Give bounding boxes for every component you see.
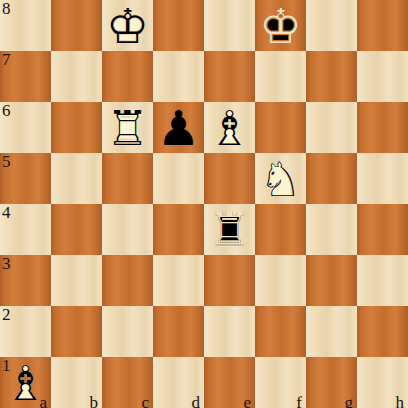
square-g3[interactable] — [306, 255, 357, 306]
square-f7[interactable] — [255, 51, 306, 102]
square-g5[interactable] — [306, 153, 357, 204]
square-d4[interactable] — [153, 204, 204, 255]
square-e3[interactable] — [204, 255, 255, 306]
square-g6[interactable] — [306, 102, 357, 153]
square-a5[interactable]: 5 — [0, 153, 51, 204]
square-c5[interactable] — [102, 153, 153, 204]
square-e6[interactable]: ♝♗ — [204, 102, 255, 153]
square-g4[interactable] — [306, 204, 357, 255]
file-label-c: c — [141, 394, 149, 408]
square-c7[interactable] — [102, 51, 153, 102]
rank-label-4: 4 — [2, 204, 11, 222]
square-d3[interactable] — [153, 255, 204, 306]
square-a8[interactable]: 8 — [0, 0, 51, 51]
square-b6[interactable] — [51, 102, 102, 153]
square-c6[interactable]: ♜♖ — [102, 102, 153, 153]
square-d8[interactable] — [153, 0, 204, 51]
rank-label-7: 7 — [2, 51, 11, 69]
square-h4[interactable] — [357, 204, 408, 255]
square-b3[interactable] — [51, 255, 102, 306]
square-f2[interactable] — [255, 306, 306, 357]
file-label-e: e — [243, 394, 251, 408]
file-label-a: a — [39, 394, 47, 408]
square-h3[interactable] — [357, 255, 408, 306]
square-h6[interactable] — [357, 102, 408, 153]
white-bishop-outline-glyph: ♗ — [204, 102, 255, 153]
black-pawn-fill-glyph: ♟ — [153, 102, 204, 153]
square-b2[interactable] — [51, 306, 102, 357]
square-e8[interactable] — [204, 0, 255, 51]
chess-board: 8♚♔♚♔76♜♖♟♙♝♗5♞♘4♜♖321a♝♗bcdefgh — [0, 0, 408, 408]
square-d1[interactable]: d — [153, 357, 204, 408]
square-b4[interactable] — [51, 204, 102, 255]
piece-black-rook-e4[interactable]: ♜♖ — [204, 204, 255, 255]
black-king-outline-glyph: ♔ — [255, 0, 306, 51]
square-h1[interactable]: h — [357, 357, 408, 408]
rank-label-1: 1 — [2, 357, 11, 375]
white-rook-outline-glyph: ♖ — [102, 102, 153, 153]
square-d6[interactable]: ♟♙ — [153, 102, 204, 153]
square-e5[interactable] — [204, 153, 255, 204]
file-label-d: d — [192, 394, 201, 408]
rank-label-8: 8 — [2, 0, 11, 18]
piece-black-king-f8[interactable]: ♚♔ — [255, 0, 306, 51]
square-e7[interactable] — [204, 51, 255, 102]
rank-label-3: 3 — [2, 255, 11, 273]
square-a1[interactable]: 1a♝♗ — [0, 357, 51, 408]
square-b1[interactable]: b — [51, 357, 102, 408]
square-f4[interactable] — [255, 204, 306, 255]
square-a7[interactable]: 7 — [0, 51, 51, 102]
piece-white-bishop-e6[interactable]: ♝♗ — [204, 102, 255, 153]
file-label-b: b — [90, 394, 99, 408]
square-f8[interactable]: ♚♔ — [255, 0, 306, 51]
square-c4[interactable] — [102, 204, 153, 255]
square-g8[interactable] — [306, 0, 357, 51]
piece-white-rook-c6[interactable]: ♜♖ — [102, 102, 153, 153]
square-e2[interactable] — [204, 306, 255, 357]
square-a3[interactable]: 3 — [0, 255, 51, 306]
square-f6[interactable] — [255, 102, 306, 153]
rank-label-2: 2 — [2, 306, 11, 324]
white-knight-outline-glyph: ♘ — [255, 153, 306, 204]
square-a4[interactable]: 4 — [0, 204, 51, 255]
file-label-h: h — [396, 394, 405, 408]
white-king-outline-glyph: ♔ — [102, 0, 153, 51]
square-e4[interactable]: ♜♖ — [204, 204, 255, 255]
square-d7[interactable] — [153, 51, 204, 102]
black-rook-outline-glyph: ♖ — [204, 204, 255, 255]
square-f5[interactable]: ♞♘ — [255, 153, 306, 204]
square-d5[interactable] — [153, 153, 204, 204]
square-b7[interactable] — [51, 51, 102, 102]
square-b5[interactable] — [51, 153, 102, 204]
square-d2[interactable] — [153, 306, 204, 357]
piece-white-king-c8[interactable]: ♚♔ — [102, 0, 153, 51]
square-g7[interactable] — [306, 51, 357, 102]
rank-label-5: 5 — [2, 153, 11, 171]
square-h8[interactable] — [357, 0, 408, 51]
square-c3[interactable] — [102, 255, 153, 306]
square-b8[interactable] — [51, 0, 102, 51]
square-h2[interactable] — [357, 306, 408, 357]
square-h5[interactable] — [357, 153, 408, 204]
square-f1[interactable]: f — [255, 357, 306, 408]
square-f3[interactable] — [255, 255, 306, 306]
square-c1[interactable]: c — [102, 357, 153, 408]
square-e1[interactable]: e — [204, 357, 255, 408]
piece-black-pawn-d6[interactable]: ♟♙ — [153, 102, 204, 153]
square-g1[interactable]: g — [306, 357, 357, 408]
square-a2[interactable]: 2 — [0, 306, 51, 357]
square-h7[interactable] — [357, 51, 408, 102]
square-g2[interactable] — [306, 306, 357, 357]
rank-label-6: 6 — [2, 102, 11, 120]
file-label-g: g — [345, 394, 354, 408]
square-c8[interactable]: ♚♔ — [102, 0, 153, 51]
piece-white-knight-f5[interactable]: ♞♘ — [255, 153, 306, 204]
file-label-f: f — [296, 394, 302, 408]
square-c2[interactable] — [102, 306, 153, 357]
square-a6[interactable]: 6 — [0, 102, 51, 153]
